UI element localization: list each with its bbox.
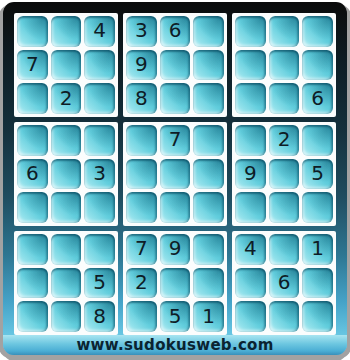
cell-r6c9[interactable] bbox=[302, 192, 333, 223]
cell-r6c3[interactable] bbox=[84, 192, 115, 223]
cell-r3c3[interactable] bbox=[84, 83, 115, 114]
cell-r2c7[interactable] bbox=[235, 50, 266, 81]
cell-r5c5[interactable] bbox=[160, 159, 191, 190]
cell-r7c7[interactable]: 4 bbox=[235, 234, 266, 265]
cell-r3c6[interactable] bbox=[193, 83, 224, 114]
cell-r9c9[interactable] bbox=[302, 301, 333, 332]
cell-r8c3[interactable]: 5 bbox=[84, 268, 115, 299]
cell-r8c1[interactable] bbox=[17, 268, 48, 299]
cell-r7c3[interactable] bbox=[84, 234, 115, 265]
cell-r5c2[interactable] bbox=[51, 159, 82, 190]
cell-digit: 5 bbox=[169, 306, 182, 326]
box-8: 79251 bbox=[123, 231, 227, 335]
cell-r5c7[interactable]: 9 bbox=[235, 159, 266, 190]
cell-r1c8[interactable] bbox=[269, 16, 300, 47]
cell-r9c7[interactable] bbox=[235, 301, 266, 332]
cell-r2c3[interactable] bbox=[84, 50, 115, 81]
cell-r4c3[interactable] bbox=[84, 125, 115, 156]
cell-r1c9[interactable] bbox=[302, 16, 333, 47]
sudoku-board: 472369866372955879251416 www.sudokusweb.… bbox=[3, 2, 347, 355]
cell-r4c5[interactable]: 7 bbox=[160, 125, 191, 156]
cell-digit: 8 bbox=[135, 88, 148, 108]
cell-r9c2[interactable] bbox=[51, 301, 82, 332]
cell-r8c5[interactable] bbox=[160, 268, 191, 299]
cell-r6c1[interactable] bbox=[17, 192, 48, 223]
cell-r1c7[interactable] bbox=[235, 16, 266, 47]
cell-r9c5[interactable]: 5 bbox=[160, 301, 191, 332]
cell-r5c4[interactable] bbox=[126, 159, 157, 190]
cell-r6c5[interactable] bbox=[160, 192, 191, 223]
site-link[interactable]: www.sudokusweb.com bbox=[76, 336, 273, 354]
cell-r1c2[interactable] bbox=[51, 16, 82, 47]
cell-r1c4[interactable]: 3 bbox=[126, 16, 157, 47]
cell-r8c7[interactable] bbox=[235, 268, 266, 299]
cell-r2c9[interactable] bbox=[302, 50, 333, 81]
cell-r5c1[interactable]: 6 bbox=[17, 159, 48, 190]
box-6: 295 bbox=[232, 122, 336, 226]
cell-r2c4[interactable]: 9 bbox=[126, 50, 157, 81]
cell-r9c3[interactable]: 8 bbox=[84, 301, 115, 332]
cell-digit: 6 bbox=[26, 163, 39, 183]
cell-digit: 1 bbox=[311, 238, 324, 258]
cell-digit: 9 bbox=[169, 238, 182, 258]
cell-digit: 9 bbox=[135, 54, 148, 74]
cell-r4c6[interactable] bbox=[193, 125, 224, 156]
cell-r5c6[interactable] bbox=[193, 159, 224, 190]
cell-r7c2[interactable] bbox=[51, 234, 82, 265]
cell-digit: 6 bbox=[311, 88, 324, 108]
cell-r1c6[interactable] bbox=[193, 16, 224, 47]
cell-r9c8[interactable] bbox=[269, 301, 300, 332]
box-5: 7 bbox=[123, 122, 227, 226]
cell-digit: 2 bbox=[60, 88, 73, 108]
cell-digit: 6 bbox=[169, 20, 182, 40]
cell-digit: 7 bbox=[26, 54, 39, 74]
cell-r3c1[interactable] bbox=[17, 83, 48, 114]
cell-r1c1[interactable] bbox=[17, 16, 48, 47]
cell-r6c2[interactable] bbox=[51, 192, 82, 223]
cell-r8c4[interactable]: 2 bbox=[126, 268, 157, 299]
box-7: 58 bbox=[14, 231, 118, 335]
cell-digit: 9 bbox=[244, 163, 257, 183]
cell-digit: 2 bbox=[278, 129, 291, 149]
cell-r7c1[interactable] bbox=[17, 234, 48, 265]
cell-r6c7[interactable] bbox=[235, 192, 266, 223]
box-2: 3698 bbox=[123, 13, 227, 117]
cell-r4c2[interactable] bbox=[51, 125, 82, 156]
cell-r3c4[interactable]: 8 bbox=[126, 83, 157, 114]
cell-r3c9[interactable]: 6 bbox=[302, 83, 333, 114]
cell-digit: 4 bbox=[93, 20, 106, 40]
cell-r7c9[interactable]: 1 bbox=[302, 234, 333, 265]
cell-digit: 7 bbox=[135, 238, 148, 258]
footer-bar: www.sudokusweb.com bbox=[3, 335, 347, 355]
cell-r7c6[interactable] bbox=[193, 234, 224, 265]
cell-r8c6[interactable] bbox=[193, 268, 224, 299]
cell-r3c5[interactable] bbox=[160, 83, 191, 114]
cell-digit: 3 bbox=[93, 163, 106, 183]
box-3: 6 bbox=[232, 13, 336, 117]
cell-r8c8[interactable]: 6 bbox=[269, 268, 300, 299]
cell-r1c3[interactable]: 4 bbox=[84, 16, 115, 47]
cell-r8c2[interactable] bbox=[51, 268, 82, 299]
cell-r2c5[interactable] bbox=[160, 50, 191, 81]
cell-r4c8[interactable]: 2 bbox=[269, 125, 300, 156]
sudoku-grid: 472369866372955879251416 bbox=[14, 13, 336, 335]
cell-r2c8[interactable] bbox=[269, 50, 300, 81]
cell-r4c1[interactable] bbox=[17, 125, 48, 156]
cell-digit: 6 bbox=[278, 272, 291, 292]
cell-digit: 5 bbox=[93, 272, 106, 292]
cell-r7c4[interactable]: 7 bbox=[126, 234, 157, 265]
cell-r4c9[interactable] bbox=[302, 125, 333, 156]
cell-r6c8[interactable] bbox=[269, 192, 300, 223]
cell-r2c2[interactable] bbox=[51, 50, 82, 81]
box-9: 416 bbox=[232, 231, 336, 335]
cell-digit: 5 bbox=[311, 163, 324, 183]
cell-r5c3[interactable]: 3 bbox=[84, 159, 115, 190]
cell-r1c5[interactable]: 6 bbox=[160, 16, 191, 47]
cell-r6c6[interactable] bbox=[193, 192, 224, 223]
box-1: 472 bbox=[14, 13, 118, 117]
cell-digit: 4 bbox=[244, 238, 257, 258]
cell-digit: 7 bbox=[169, 129, 182, 149]
cell-r5c9[interactable]: 5 bbox=[302, 159, 333, 190]
cell-r9c1[interactable] bbox=[17, 301, 48, 332]
cell-r3c8[interactable] bbox=[269, 83, 300, 114]
cell-r9c6[interactable]: 1 bbox=[193, 301, 224, 332]
cell-r7c8[interactable] bbox=[269, 234, 300, 265]
cell-r4c7[interactable] bbox=[235, 125, 266, 156]
box-4: 63 bbox=[14, 122, 118, 226]
cell-r6c4[interactable] bbox=[126, 192, 157, 223]
cell-r2c6[interactable] bbox=[193, 50, 224, 81]
cell-digit: 8 bbox=[93, 306, 106, 326]
cell-r4c4[interactable] bbox=[126, 125, 157, 156]
cell-r5c8[interactable] bbox=[269, 159, 300, 190]
cell-r3c7[interactable] bbox=[235, 83, 266, 114]
cell-r2c1[interactable]: 7 bbox=[17, 50, 48, 81]
cell-digit: 1 bbox=[202, 306, 215, 326]
cell-r9c4[interactable] bbox=[126, 301, 157, 332]
cell-r3c2[interactable]: 2 bbox=[51, 83, 82, 114]
cell-digit: 3 bbox=[135, 20, 148, 40]
cell-digit: 2 bbox=[135, 272, 148, 292]
cell-r8c9[interactable] bbox=[302, 268, 333, 299]
cell-r7c5[interactable]: 9 bbox=[160, 234, 191, 265]
